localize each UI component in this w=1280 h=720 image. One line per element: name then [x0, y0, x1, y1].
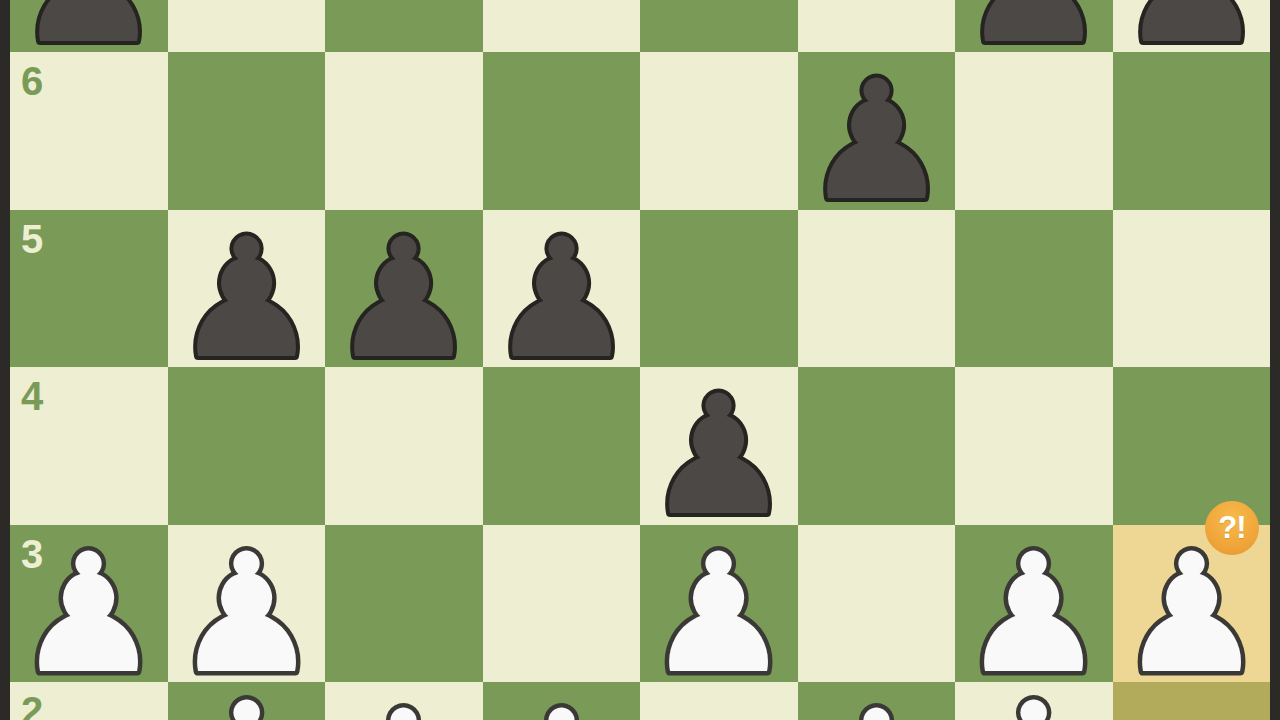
square-g3[interactable]: ♟ — [955, 525, 1113, 683]
square-e3[interactable]: ♟ — [640, 525, 798, 683]
square-a5[interactable]: 5 — [10, 210, 168, 368]
square-h5[interactable] — [1113, 210, 1271, 368]
svg-text:♟: ♟ — [645, 525, 793, 683]
square-g6[interactable] — [955, 52, 1113, 210]
square-a3[interactable]: 3♟ — [10, 525, 168, 683]
square-a7[interactable]: 7♟ — [10, 0, 168, 52]
svg-text:♟: ♟ — [487, 210, 635, 368]
white-pawn[interactable]: ♟ — [325, 682, 483, 720]
square-c7[interactable] — [325, 0, 483, 52]
square-b2[interactable]: ♝ — [168, 682, 326, 720]
svg-text:♟: ♟ — [802, 52, 950, 210]
svg-text:♟: ♟ — [330, 210, 478, 368]
rank-label-5: 5 — [21, 219, 43, 259]
square-c3[interactable] — [325, 525, 483, 683]
svg-text:♟: ♟ — [802, 682, 950, 720]
black-pawn[interactable]: ♟ — [640, 367, 798, 525]
svg-text:♟: ♟ — [330, 682, 478, 720]
square-h7[interactable]: ♟ — [1113, 0, 1271, 52]
black-pawn[interactable]: ♟ — [1113, 0, 1271, 52]
square-f2[interactable]: ♟ — [798, 682, 956, 720]
rank-label-4: 4 — [21, 376, 43, 416]
rank-label-6: 6 — [21, 61, 43, 101]
square-c6[interactable] — [325, 52, 483, 210]
white-bishop[interactable]: ♝ — [955, 682, 1113, 720]
square-e6[interactable] — [640, 52, 798, 210]
square-d3[interactable] — [483, 525, 641, 683]
svg-text:♝: ♝ — [172, 682, 320, 720]
square-e4[interactable]: ♟ — [640, 367, 798, 525]
square-c4[interactable] — [325, 367, 483, 525]
svg-text:♟: ♟ — [645, 367, 793, 525]
square-h2[interactable] — [1113, 682, 1271, 720]
square-f5[interactable] — [798, 210, 956, 368]
square-f4[interactable] — [798, 367, 956, 525]
rank-label-2: 2 — [21, 691, 43, 720]
svg-text:♟: ♟ — [172, 525, 320, 683]
black-pawn[interactable]: ♟ — [798, 52, 956, 210]
svg-text:♝: ♝ — [960, 682, 1108, 720]
black-pawn[interactable]: ♟ — [955, 0, 1113, 52]
square-g2[interactable]: ♝ — [955, 682, 1113, 720]
square-d4[interactable] — [483, 367, 641, 525]
svg-text:♟: ♟ — [15, 525, 163, 683]
square-d2[interactable]: ♟ — [483, 682, 641, 720]
square-d7[interactable] — [483, 0, 641, 52]
black-pawn[interactable]: ♟ — [483, 210, 641, 368]
svg-text:♟: ♟ — [172, 210, 320, 368]
white-pawn[interactable]: ♟ — [640, 525, 798, 683]
white-pawn[interactable]: ♟ — [798, 682, 956, 720]
square-h4[interactable] — [1113, 367, 1271, 525]
square-d6[interactable] — [483, 52, 641, 210]
black-pawn[interactable]: ♟ — [10, 0, 168, 52]
square-b3[interactable]: ♟ — [168, 525, 326, 683]
svg-text:♟: ♟ — [1117, 0, 1265, 52]
white-pawn[interactable]: ♟ — [168, 525, 326, 683]
square-c2[interactable]: ♟ — [325, 682, 483, 720]
black-pawn[interactable]: ♟ — [325, 210, 483, 368]
square-b7[interactable] — [168, 0, 326, 52]
square-c5[interactable]: ♟ — [325, 210, 483, 368]
square-b5[interactable]: ♟ — [168, 210, 326, 368]
square-f6[interactable]: ♟ — [798, 52, 956, 210]
square-g5[interactable] — [955, 210, 1113, 368]
black-pawn[interactable]: ♟ — [168, 210, 326, 368]
svg-text:♟: ♟ — [960, 525, 1108, 683]
svg-text:♟: ♟ — [15, 0, 163, 52]
inaccuracy-badge: ?! — [1205, 501, 1259, 555]
svg-text:♟: ♟ — [960, 0, 1108, 52]
square-h3[interactable]: ♟?! — [1113, 525, 1271, 683]
white-bishop[interactable]: ♝ — [168, 682, 326, 720]
square-f3[interactable] — [798, 525, 956, 683]
board-viewport: 87♟♟♟6♟5♟♟♟4♟3♟♟♟♟♟?!2♝♟♟♟♝1 — [0, 0, 1280, 720]
square-e5[interactable] — [640, 210, 798, 368]
square-a6[interactable]: 6 — [10, 52, 168, 210]
square-e2[interactable] — [640, 682, 798, 720]
square-g4[interactable] — [955, 367, 1113, 525]
white-pawn[interactable]: ♟ — [955, 525, 1113, 683]
square-d5[interactable]: ♟ — [483, 210, 641, 368]
white-pawn[interactable]: ♟ — [10, 525, 168, 683]
square-h6[interactable] — [1113, 52, 1271, 210]
square-g7[interactable]: ♟ — [955, 0, 1113, 52]
square-e7[interactable] — [640, 0, 798, 52]
square-a2[interactable]: 2 — [10, 682, 168, 720]
square-b6[interactable] — [168, 52, 326, 210]
square-f7[interactable] — [798, 0, 956, 52]
svg-text:♟: ♟ — [487, 682, 635, 720]
square-a4[interactable]: 4 — [10, 367, 168, 525]
white-pawn[interactable]: ♟ — [483, 682, 641, 720]
chess-board: 87♟♟♟6♟5♟♟♟4♟3♟♟♟♟♟?!2♝♟♟♟♝1 — [10, 0, 1270, 720]
square-b4[interactable] — [168, 367, 326, 525]
